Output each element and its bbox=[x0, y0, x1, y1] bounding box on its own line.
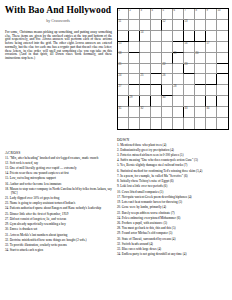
grid-cell-r5c3[interactable] bbox=[140, 53, 151, 64]
grid-cell-r8c10[interactable] bbox=[217, 85, 228, 96]
grid-cell-r5c1[interactable]: 18 bbox=[118, 53, 129, 64]
grid-cell-r11c10[interactable] bbox=[217, 118, 228, 129]
grid-cell-r8c8[interactable] bbox=[195, 85, 206, 96]
grid-cell-r11c9[interactable] bbox=[206, 118, 217, 129]
grid-cell-r8c1[interactable]: 27 bbox=[118, 85, 129, 96]
grid-cell-r4c7[interactable]: 16 bbox=[184, 42, 195, 53]
cell-number: 3 bbox=[141, 9, 142, 12]
clue-across-34: 34. Start to attack each region bbox=[5, 249, 114, 253]
grid-cell-r3c8[interactable] bbox=[195, 31, 206, 42]
down-clues: 1. Mentioned those who plant trees (4)2.… bbox=[117, 144, 229, 258]
grid-cell-r6c5[interactable]: 22 bbox=[162, 64, 173, 75]
grid-cell-r1c5[interactable]: 5 bbox=[162, 9, 173, 20]
grid-cell-r7c7[interactable] bbox=[184, 74, 195, 85]
grid-cell-r1c8[interactable]: 8 bbox=[195, 9, 206, 20]
grid-cell-r1c4[interactable]: 4 bbox=[151, 9, 162, 20]
grid-cell-r9c10[interactable] bbox=[217, 96, 228, 107]
puzzle-byline: by Crasswords bbox=[1, 18, 115, 23]
cell-number: 31 bbox=[119, 107, 122, 110]
across-section: ACROSS 11. "Mix, after beheading" brushe… bbox=[5, 151, 114, 255]
grid-cell-r9c4[interactable] bbox=[151, 96, 162, 107]
grid-cell-r10c8[interactable] bbox=[195, 107, 206, 118]
grid-cell-r10c5[interactable] bbox=[162, 107, 173, 118]
grid-cell-r10c3[interactable]: 32 bbox=[140, 107, 151, 118]
down-heading: DOWN bbox=[117, 138, 229, 142]
grid-cell-r6c9[interactable] bbox=[206, 64, 217, 75]
grid-cell-r8c7[interactable] bbox=[184, 85, 195, 96]
cell-number: 13 bbox=[185, 20, 188, 23]
grid-cell-r9c9[interactable] bbox=[206, 96, 217, 107]
puzzle-title: With Bao And Hollywood bbox=[1, 5, 115, 15]
cell-number: 28 bbox=[174, 85, 177, 88]
cell-number: 22 bbox=[163, 63, 166, 66]
clue-across-18: 18. Mason to stop water company in North… bbox=[5, 188, 114, 196]
cell-number: 9 bbox=[207, 9, 208, 12]
grid-cell-r5c4[interactable] bbox=[151, 53, 162, 64]
grid-cell-r11c1[interactable] bbox=[118, 118, 129, 129]
cell-number: 15 bbox=[119, 42, 122, 45]
crossword-grid: 1234567891011121314151617181920212223242… bbox=[117, 8, 229, 130]
grid-cell-r3c4[interactable] bbox=[151, 31, 162, 42]
grid-cell-r11c2[interactable] bbox=[129, 118, 140, 129]
cell-number: 21 bbox=[119, 63, 122, 66]
grid-cell-r7c10[interactable] bbox=[217, 74, 228, 85]
cell-number: 29 bbox=[130, 96, 133, 99]
grid-cell-r4c3[interactable] bbox=[140, 42, 151, 53]
grid-cell-r2c10[interactable] bbox=[217, 20, 228, 31]
down-section: DOWN 1. Mentioned those who plant trees … bbox=[117, 138, 229, 259]
grid-cell-r5c8[interactable]: 20 bbox=[195, 53, 206, 64]
across-clues: 11. "Mix, after beheading" brushed and s… bbox=[5, 157, 114, 254]
grid-cell-r9c8[interactable] bbox=[195, 96, 206, 107]
cell-number: 11 bbox=[119, 20, 122, 23]
grid-cell-r5c7[interactable] bbox=[184, 53, 195, 64]
cell-number: 24 bbox=[119, 74, 122, 77]
grid-cell-r2c4[interactable] bbox=[151, 20, 162, 31]
grid-cell-r7c4[interactable] bbox=[151, 74, 162, 85]
cell-number: 4 bbox=[152, 9, 153, 12]
cell-number: 25 bbox=[141, 74, 144, 77]
grid-cell-r3c3[interactable]: 14 bbox=[140, 31, 151, 42]
grid-cell-r11c4[interactable] bbox=[151, 118, 162, 129]
grid-cell-r1c9[interactable]: 9 bbox=[206, 9, 217, 20]
grid-cell-r10c7[interactable]: 33 bbox=[184, 107, 195, 118]
grid-cell-r9c1[interactable] bbox=[118, 96, 129, 107]
grid-cell-r3c7[interactable] bbox=[184, 31, 195, 42]
cell-number: 16 bbox=[185, 42, 188, 45]
grid-cell-r10c4[interactable] bbox=[151, 107, 162, 118]
cell-number: 18 bbox=[119, 52, 122, 55]
grid-cell-r2c9[interactable] bbox=[206, 20, 217, 31]
cell-number: 2 bbox=[130, 9, 131, 12]
grid-cell-r5c5[interactable] bbox=[162, 53, 173, 64]
grid-cell-r4c5[interactable] bbox=[162, 42, 173, 53]
cell-number: 19 bbox=[174, 52, 177, 55]
cell-number: 30 bbox=[163, 96, 166, 99]
cell-number: 26 bbox=[163, 74, 166, 77]
cell-number: 1 bbox=[119, 9, 120, 12]
grid-cell-r10c2[interactable] bbox=[129, 107, 140, 118]
grid-cell-r7c2[interactable] bbox=[129, 74, 140, 85]
grid-cell-r3c2[interactable] bbox=[129, 31, 140, 42]
cell-number: 32 bbox=[141, 107, 144, 110]
grid-cell-r5c9[interactable] bbox=[206, 53, 217, 64]
grid-cell-r2c8[interactable] bbox=[195, 20, 206, 31]
grid-cell-r5c2[interactable] bbox=[129, 53, 140, 64]
puzzle-instructions: For some, Christmas means picking up som… bbox=[5, 31, 112, 61]
grid-cell-r3c5[interactable] bbox=[162, 31, 173, 42]
grid-cell-r11c5[interactable] bbox=[162, 118, 173, 129]
grid-cell-r4c4[interactable] bbox=[151, 42, 162, 53]
grid-cell-r7c8[interactable] bbox=[195, 74, 206, 85]
grid-cell-r7c3[interactable]: 25 bbox=[140, 74, 151, 85]
cell-number: 33 bbox=[185, 107, 188, 110]
grid-cell-r5c6[interactable]: 19 bbox=[173, 53, 184, 64]
grid-cell-r1c2[interactable]: 2 bbox=[129, 9, 140, 20]
grid-cell-r4c10[interactable] bbox=[217, 42, 228, 53]
grid-cell-r8c2[interactable] bbox=[129, 85, 140, 96]
grid-cell-r8c9[interactable] bbox=[206, 85, 217, 96]
puzzle-page: With Bao And Hollywood by Crasswords For… bbox=[0, 0, 232, 300]
grid-cell-r3c10[interactable] bbox=[217, 31, 228, 42]
grid-cell-r11c6[interactable] bbox=[173, 118, 184, 129]
cell-number: 7 bbox=[185, 9, 186, 12]
grid-cell-r6c4[interactable] bbox=[151, 64, 162, 75]
grid-cell-r1c3[interactable]: 3 bbox=[140, 9, 151, 20]
grid-cell-r2c6[interactable] bbox=[173, 20, 184, 31]
grid-cell-r6c3[interactable] bbox=[140, 64, 151, 75]
grid-cell-r9c2[interactable]: 29 bbox=[129, 96, 140, 107]
grid-cell-r9c5[interactable]: 30 bbox=[162, 96, 173, 107]
grid-cell-r11c7[interactable] bbox=[184, 118, 195, 129]
grid-cell-r10c6[interactable] bbox=[173, 107, 184, 118]
grid-cell-r11c3[interactable] bbox=[140, 118, 151, 129]
grid-cell-r9c7[interactable] bbox=[184, 96, 195, 107]
grid-cell-r4c6[interactable] bbox=[173, 42, 184, 53]
grid-cell-r2c1[interactable]: 11 bbox=[118, 20, 129, 31]
grid-cell-r8c6[interactable]: 28 bbox=[173, 85, 184, 96]
grid-cell-r1c7[interactable]: 7 bbox=[184, 9, 195, 20]
grid-cell-r9c6[interactable] bbox=[173, 96, 184, 107]
grid-cell-r10c1[interactable]: 31 bbox=[118, 107, 129, 118]
grid-cell-r7c1[interactable]: 24 bbox=[118, 74, 129, 85]
grid-cell-r4c1[interactable]: 15 bbox=[118, 42, 129, 53]
grid-cell-r7c9[interactable] bbox=[206, 74, 217, 85]
grid-cell-r4c8[interactable] bbox=[195, 42, 206, 53]
grid-cell-r8c3[interactable] bbox=[140, 85, 151, 96]
cell-number: 17 bbox=[207, 42, 210, 45]
cell-number: 6 bbox=[174, 9, 175, 12]
cell-number: 14 bbox=[141, 31, 144, 34]
grid-cell-r2c2[interactable] bbox=[129, 20, 140, 31]
grid-cell-r3c6[interactable] bbox=[173, 31, 184, 42]
grid-cell-r2c3[interactable] bbox=[140, 20, 151, 31]
grid-cell-r5c10[interactable] bbox=[217, 53, 228, 64]
grid-cell-r6c8[interactable] bbox=[195, 64, 206, 75]
cell-number: 10 bbox=[218, 9, 221, 12]
cell-number: 20 bbox=[196, 52, 199, 55]
grid-cell-r2c5[interactable]: 12 bbox=[162, 20, 173, 31]
grid-cell-r1c10[interactable]: 10 bbox=[217, 9, 228, 20]
grid-cell-r7c5[interactable]: 26 bbox=[162, 74, 173, 85]
grid-cell-r9c3[interactable] bbox=[140, 96, 151, 107]
grid-cell-r3c9[interactable] bbox=[206, 31, 217, 42]
cell-number: 34 bbox=[207, 107, 210, 110]
cell-number: 5 bbox=[163, 9, 164, 12]
across-heading: ACROSS bbox=[5, 151, 114, 155]
cell-number: 23 bbox=[185, 63, 188, 66]
grid-cell-r2c7[interactable]: 13 bbox=[184, 20, 195, 31]
grid-cell-r6c10[interactable] bbox=[217, 64, 228, 75]
grid-cell-r3c1[interactable] bbox=[118, 31, 129, 42]
grid-cell-r1c1[interactable]: 1 bbox=[118, 9, 129, 20]
grid-cell-r10c10[interactable] bbox=[217, 107, 228, 118]
cell-number: 27 bbox=[119, 85, 122, 88]
grid-cell-r6c1[interactable]: 21 bbox=[118, 64, 129, 75]
grid-cell-r10c9[interactable]: 34 bbox=[206, 107, 217, 118]
cell-number: 8 bbox=[196, 9, 197, 12]
grid-cell-r7c6[interactable] bbox=[173, 74, 184, 85]
grid-cell-r4c9[interactable]: 17 bbox=[206, 42, 217, 53]
grid-cell-r6c2[interactable] bbox=[129, 64, 140, 75]
grid-cell-r8c4[interactable] bbox=[151, 85, 162, 96]
grid-cell-r6c6[interactable] bbox=[173, 64, 184, 75]
grid-cell-r6c7[interactable]: 23 bbox=[184, 64, 195, 75]
grid-cell-r1c6[interactable]: 6 bbox=[173, 9, 184, 20]
grid-cell-r11c8[interactable] bbox=[195, 118, 206, 129]
clue-down-34: 34. Endless party is not going downhill … bbox=[117, 253, 229, 257]
cell-number: 12 bbox=[163, 20, 166, 23]
grid-cell-r8c5[interactable] bbox=[162, 85, 173, 96]
grid-cell-r4c2[interactable] bbox=[129, 42, 140, 53]
